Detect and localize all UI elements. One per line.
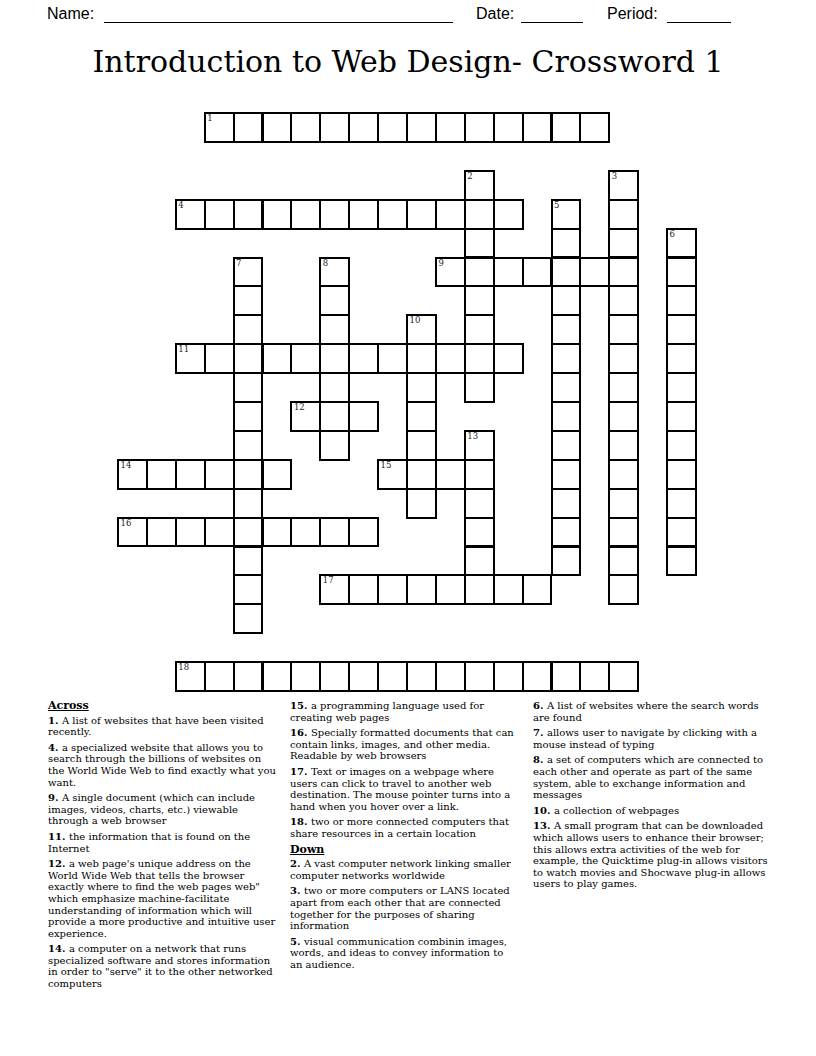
grid-cell[interactable] xyxy=(233,574,264,605)
grid-cell[interactable] xyxy=(551,314,582,345)
grid-cell[interactable] xyxy=(262,112,293,143)
grid-cell[interactable] xyxy=(348,574,379,605)
clue-number: 8. xyxy=(533,754,547,765)
grid-cell[interactable] xyxy=(608,199,639,230)
grid-cell[interactable] xyxy=(551,546,582,577)
clue-item: 12. a web page's unique address on the W… xyxy=(48,858,280,939)
grid-cell[interactable] xyxy=(666,488,697,519)
grid-cell[interactable] xyxy=(551,372,582,403)
clue-item: 10. a collection of webpages xyxy=(533,805,771,817)
grid-cell[interactable] xyxy=(290,112,321,143)
grid-cell[interactable] xyxy=(464,285,495,316)
clue-item: 8. a set of computers which are connecte… xyxy=(533,754,771,800)
cell-number: 17 xyxy=(323,576,334,585)
grid-cell[interactable] xyxy=(233,285,264,316)
cell-number: 15 xyxy=(381,461,392,470)
grid-cell[interactable] xyxy=(551,488,582,519)
grid-cell[interactable] xyxy=(608,285,639,316)
clue-number: 1. xyxy=(48,715,62,726)
grid-cell[interactable] xyxy=(666,343,697,374)
grid-cell[interactable] xyxy=(146,517,177,548)
grid-cell[interactable] xyxy=(406,199,437,230)
grid-cell[interactable]: 7 xyxy=(233,257,264,288)
grid-cell[interactable]: 4 xyxy=(175,199,206,230)
grid-cell[interactable] xyxy=(319,401,350,432)
grid-cell[interactable] xyxy=(406,112,437,143)
cell-number: 4 xyxy=(178,201,183,210)
grid-cell[interactable] xyxy=(319,343,350,374)
date-blank[interactable] xyxy=(521,5,583,23)
grid-cell[interactable] xyxy=(464,343,495,374)
grid-cell[interactable] xyxy=(551,430,582,461)
grid-cell[interactable]: 9 xyxy=(435,257,466,288)
grid-cell[interactable] xyxy=(290,343,321,374)
grid-cell[interactable] xyxy=(666,430,697,461)
name-label: Name: xyxy=(47,5,94,23)
grid-cell[interactable] xyxy=(319,430,350,461)
cell-number: 2 xyxy=(467,172,472,181)
grid-cell[interactable]: 18 xyxy=(175,661,206,692)
grid-cell[interactable] xyxy=(204,517,235,548)
clue-item: 6. A list of websites where the search w… xyxy=(533,700,771,723)
grid-cell[interactable] xyxy=(406,430,437,461)
grid-cell[interactable]: 11 xyxy=(175,343,206,374)
grid-cell[interactable] xyxy=(551,257,582,288)
grid-cell[interactable] xyxy=(551,228,582,259)
clue-item: 11. the information that is found on the… xyxy=(48,831,280,854)
grid-cell[interactable] xyxy=(464,228,495,259)
cell-number: 6 xyxy=(670,230,675,239)
grid-cell[interactable] xyxy=(377,112,408,143)
grid-cell[interactable] xyxy=(464,199,495,230)
grid-cell[interactable] xyxy=(464,314,495,345)
grid-cell[interactable] xyxy=(464,488,495,519)
grid-cell[interactable] xyxy=(233,459,264,490)
grid-cell[interactable] xyxy=(348,343,379,374)
grid-cell[interactable]: 13 xyxy=(464,430,495,461)
date-label: Date: xyxy=(476,5,514,23)
grid-cell[interactable] xyxy=(608,430,639,461)
clue-number: 17. xyxy=(290,766,311,777)
grid-cell[interactable] xyxy=(435,459,466,490)
clue-item: 14. a computer on a network that runs sp… xyxy=(48,943,280,989)
cell-number: 7 xyxy=(236,259,241,268)
grid-cell[interactable] xyxy=(464,546,495,577)
grid-cell[interactable] xyxy=(233,603,264,634)
grid-cell[interactable] xyxy=(290,661,321,692)
grid-cell[interactable] xyxy=(233,488,264,519)
clue-number: 18. xyxy=(290,816,311,827)
grid-cell[interactable] xyxy=(608,488,639,519)
clue-number: 5. xyxy=(290,936,304,947)
clue-item: 13. A small program that can be download… xyxy=(533,820,771,890)
crossword-worksheet: Name: Date: Period: Introduction to Web … xyxy=(0,0,816,1056)
clue-number: 12. xyxy=(48,858,69,869)
clue-number: 7. xyxy=(533,727,547,738)
clue-number: 15. xyxy=(290,700,311,711)
grid-cell[interactable] xyxy=(406,401,437,432)
grid-cell[interactable] xyxy=(551,343,582,374)
grid-cell[interactable] xyxy=(204,199,235,230)
clue-item: 15. a programming language used for crea… xyxy=(290,700,518,723)
grid-cell[interactable] xyxy=(406,372,437,403)
grid-cell[interactable] xyxy=(204,459,235,490)
grid-cell[interactable] xyxy=(233,430,264,461)
clue-number: 3. xyxy=(290,885,304,896)
grid-cell[interactable] xyxy=(666,459,697,490)
grid-cell[interactable] xyxy=(608,661,639,692)
cell-number: 10 xyxy=(410,316,421,325)
clue-column-3: 6. A list of websites where the search w… xyxy=(533,700,771,894)
grid-cell[interactable] xyxy=(608,257,639,288)
period-label: Period: xyxy=(607,5,658,23)
clue-number: 16. xyxy=(290,727,311,738)
grid-cell[interactable] xyxy=(464,661,495,692)
grid-cell[interactable] xyxy=(493,574,524,605)
grid-cell[interactable] xyxy=(435,112,466,143)
clue-item: 3. two or more computers or LANS located… xyxy=(290,885,518,931)
grid-cell[interactable] xyxy=(551,661,582,692)
grid-cell[interactable]: 3 xyxy=(608,170,639,201)
grid-cell[interactable]: 16 xyxy=(117,517,148,548)
grid-cell[interactable] xyxy=(377,661,408,692)
page-title: Introduction to Web Design- Crossword 1 xyxy=(0,44,816,79)
grid-cell[interactable] xyxy=(319,285,350,316)
clue-item: 18. two or more connected computers that… xyxy=(290,816,518,839)
grid-cell[interactable] xyxy=(608,459,639,490)
grid-cell[interactable] xyxy=(233,401,264,432)
grid-cell[interactable] xyxy=(435,343,466,374)
cell-number: 16 xyxy=(121,519,132,528)
crossword-grid: 123456789101112131415161718 xyxy=(117,112,697,692)
clue-number: 11. xyxy=(48,831,69,842)
grid-cell[interactable] xyxy=(175,459,206,490)
grid-cell[interactable] xyxy=(579,257,610,288)
grid-cell[interactable]: 15 xyxy=(377,459,408,490)
grid-cell[interactable] xyxy=(348,112,379,143)
grid-cell[interactable] xyxy=(233,314,264,345)
grid-cell[interactable] xyxy=(608,574,639,605)
grid-cell[interactable] xyxy=(608,343,639,374)
cell-number: 5 xyxy=(554,201,559,210)
cell-number: 18 xyxy=(178,663,189,672)
grid-cell[interactable] xyxy=(319,112,350,143)
grid-cell[interactable] xyxy=(290,517,321,548)
grid-cell[interactable] xyxy=(406,343,437,374)
grid-cell[interactable] xyxy=(377,343,408,374)
grid-cell[interactable] xyxy=(464,112,495,143)
grid-cell[interactable] xyxy=(233,112,264,143)
grid-cell[interactable] xyxy=(348,401,379,432)
clue-column-1: Across 1. A list of websites that have b… xyxy=(48,700,280,994)
grid-cell[interactable] xyxy=(493,199,524,230)
grid-cell[interactable] xyxy=(464,517,495,548)
grid-cell[interactable] xyxy=(551,459,582,490)
grid-cell[interactable] xyxy=(666,546,697,577)
grid-cell[interactable] xyxy=(406,459,437,490)
grid-cell[interactable] xyxy=(319,314,350,345)
grid-cell[interactable] xyxy=(608,401,639,432)
grid-cell[interactable] xyxy=(406,574,437,605)
clue-number: 6. xyxy=(533,700,547,711)
grid-cell[interactable] xyxy=(493,257,524,288)
grid-cell[interactable] xyxy=(666,517,697,548)
clue-item: 4. a specialized website that allows you… xyxy=(48,742,280,788)
grid-cell[interactable]: 6 xyxy=(666,228,697,259)
grid-cell[interactable] xyxy=(608,228,639,259)
cell-number: 14 xyxy=(121,461,132,470)
cell-number: 3 xyxy=(612,172,617,181)
grid-cell[interactable] xyxy=(435,199,466,230)
grid-cell[interactable] xyxy=(377,574,408,605)
grid-cell[interactable] xyxy=(233,546,264,577)
grid-cell[interactable] xyxy=(464,574,495,605)
grid-cell[interactable] xyxy=(551,112,582,143)
grid-cell[interactable]: 14 xyxy=(117,459,148,490)
clue-number: 14. xyxy=(48,943,69,954)
cell-number: 8 xyxy=(323,259,328,268)
clue-item: 17. Text or images on a webpage where us… xyxy=(290,766,518,812)
grid-cell[interactable] xyxy=(493,343,524,374)
grid-cell[interactable] xyxy=(319,372,350,403)
clue-number: 13. xyxy=(533,820,554,831)
cell-number: 11 xyxy=(178,345,189,354)
grid-cell[interactable] xyxy=(666,372,697,403)
clue-item: 9. A single document (which can include … xyxy=(48,792,280,827)
cell-number: 1 xyxy=(207,114,212,123)
cell-number: 12 xyxy=(294,403,305,412)
down-header: Down xyxy=(290,844,518,856)
grid-cell[interactable] xyxy=(435,661,466,692)
grid-cell[interactable] xyxy=(233,199,264,230)
grid-cell[interactable] xyxy=(608,517,639,548)
grid-cell[interactable] xyxy=(464,459,495,490)
grid-cell[interactable]: 2 xyxy=(464,170,495,201)
name-blank[interactable] xyxy=(104,5,453,23)
period-blank[interactable] xyxy=(667,5,731,23)
grid-cell[interactable] xyxy=(233,372,264,403)
grid-cell[interactable] xyxy=(608,546,639,577)
clue-item: 5. visual communication combinin images,… xyxy=(290,936,518,971)
grid-cell[interactable] xyxy=(262,459,293,490)
grid-cell[interactable] xyxy=(262,517,293,548)
grid-cell[interactable] xyxy=(579,112,610,143)
grid-cell[interactable] xyxy=(522,574,553,605)
grid-cell[interactable] xyxy=(319,199,350,230)
across-clues-part1: 1. A list of websites that have been vis… xyxy=(48,715,280,990)
grid-cell[interactable] xyxy=(406,661,437,692)
grid-cell[interactable] xyxy=(493,112,524,143)
grid-cell[interactable] xyxy=(262,343,293,374)
worksheet-header: Name: Date: Period: xyxy=(0,2,816,32)
grid-cell[interactable]: 8 xyxy=(319,257,350,288)
grid-cell[interactable] xyxy=(551,401,582,432)
cell-number: 9 xyxy=(438,259,443,268)
grid-cell[interactable] xyxy=(146,459,177,490)
grid-cell[interactable]: 10 xyxy=(406,314,437,345)
grid-cell[interactable] xyxy=(666,285,697,316)
grid-cell[interactable] xyxy=(204,343,235,374)
clue-column-2: 15. a programming language used for crea… xyxy=(290,700,518,974)
grid-cell[interactable] xyxy=(666,257,697,288)
grid-cell[interactable] xyxy=(551,285,582,316)
grid-cell[interactable] xyxy=(464,257,495,288)
clue-number: 4. xyxy=(48,742,62,753)
grid-cell[interactable] xyxy=(666,314,697,345)
clue-number: 9. xyxy=(48,792,62,803)
grid-cell[interactable] xyxy=(522,661,553,692)
grid-cell[interactable] xyxy=(551,517,582,548)
grid-cell[interactable] xyxy=(348,199,379,230)
across-header: Across xyxy=(48,700,280,712)
grid-cell[interactable] xyxy=(233,661,264,692)
grid-cell[interactable] xyxy=(406,488,437,519)
clue-item: 7. allows user to navigate by clicking w… xyxy=(533,727,771,750)
grid-cell[interactable] xyxy=(522,112,553,143)
clue-item: 1. A list of websites that have been vis… xyxy=(48,715,280,738)
grid-cell[interactable] xyxy=(290,199,321,230)
grid-cell[interactable] xyxy=(522,257,553,288)
grid-cell[interactable] xyxy=(204,661,235,692)
grid-cell[interactable] xyxy=(348,661,379,692)
clue-item: 16. Specially formatted documents that c… xyxy=(290,727,518,762)
grid-cell[interactable] xyxy=(493,661,524,692)
grid-cell[interactable] xyxy=(233,517,264,548)
grid-cell[interactable]: 12 xyxy=(290,401,321,432)
grid-cell[interactable] xyxy=(233,343,264,374)
grid-cell[interactable] xyxy=(666,401,697,432)
grid-cell[interactable] xyxy=(435,574,466,605)
grid-cell[interactable] xyxy=(348,517,379,548)
grid-cell[interactable] xyxy=(608,314,639,345)
grid-cell[interactable] xyxy=(175,517,206,548)
grid-cell[interactable] xyxy=(608,372,639,403)
grid-cell[interactable] xyxy=(377,199,408,230)
grid-cell[interactable] xyxy=(464,372,495,403)
clue-number: 10. xyxy=(533,805,554,816)
grid-cell[interactable]: 1 xyxy=(204,112,235,143)
grid-cell[interactable] xyxy=(579,661,610,692)
grid-cell[interactable]: 17 xyxy=(319,574,350,605)
clue-item: 2. A vast computer network linking small… xyxy=(290,858,518,881)
grid-cell[interactable] xyxy=(319,517,350,548)
grid-cell[interactable]: 5 xyxy=(551,199,582,230)
clue-number: 2. xyxy=(290,858,304,869)
grid-cell[interactable] xyxy=(262,661,293,692)
grid-cell[interactable] xyxy=(319,661,350,692)
cell-number: 13 xyxy=(467,432,478,441)
grid-cell[interactable] xyxy=(262,199,293,230)
